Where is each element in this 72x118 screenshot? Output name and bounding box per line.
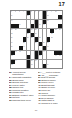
cell-number: 27 [35, 33, 36, 34]
clue-text: Not him [12, 96, 35, 98]
cell-number: 54 [47, 64, 48, 65]
cell-number: 43 [19, 51, 20, 52]
clue-item: 28Garden tool [9, 86, 35, 88]
cell-number: 24 [59, 29, 60, 30]
cell-number: 34 [11, 42, 12, 43]
cell-number: 46 [39, 55, 40, 56]
crossword-grid: 1234567891011121314151617181920212223242… [10, 10, 63, 69]
cell-number: 3 [19, 11, 20, 12]
cell-number: 17 [39, 24, 40, 25]
clue-item: 25Strong wind [9, 78, 35, 80]
cell-number: 51 [35, 60, 36, 61]
cell-number: 32 [39, 37, 40, 38]
cell-number: 49 [15, 60, 16, 61]
clue-text: Comes to a close [41, 101, 64, 103]
cell-number: 5 [31, 11, 32, 12]
clue-text: Strong wind [12, 78, 35, 80]
cell-number: 29 [11, 37, 12, 38]
cell-number: 33 [51, 37, 52, 38]
clue-text: Frozen water [12, 83, 35, 85]
cell-number: 21 [31, 29, 32, 30]
cell-number: 35 [23, 42, 24, 43]
cell-number: 36 [35, 42, 36, 43]
cell-number: 19 [11, 29, 12, 30]
clue-text: Ancient Greek marketplace [12, 71, 35, 76]
cell-number: 2 [15, 11, 16, 12]
grid-cell[interactable] [58, 64, 62, 68]
clue-item: 22Ancient Greek marketplace [9, 71, 35, 76]
cell-number: 28 [51, 33, 52, 34]
cell-number: 23 [55, 29, 56, 30]
cell-number: 6 [35, 11, 36, 12]
clue-item: 31Birthday dessert, often [9, 93, 35, 95]
clue-text: Sunrise direction [12, 81, 35, 83]
cell-number: 30 [27, 37, 28, 38]
cell-number: 47 [55, 55, 56, 56]
cell-number: 10 [55, 11, 56, 12]
cell-number: 8 [47, 11, 48, 12]
clue-text: Garden tool [12, 86, 35, 88]
cell-number: 11 [11, 15, 12, 16]
cell-number: 1 [11, 11, 12, 12]
puzzle-number: 17 [58, 1, 65, 7]
cell-number: 22 [35, 29, 36, 30]
clue-item: 30Knight's title [9, 91, 35, 93]
cell-number: 41 [47, 46, 48, 47]
cell-number: 42 [15, 51, 16, 52]
clue-text: Railroad track piece [12, 99, 35, 101]
cell-number: 31 [31, 37, 32, 38]
clue-item: 24Chocolate substitute [9, 75, 35, 77]
cell-number: 44 [43, 51, 44, 52]
cell-number: 50 [31, 60, 32, 61]
cell-number: 45 [11, 55, 12, 56]
puzzle-page: 17 1234567891011121314151617181920212223… [0, 0, 72, 118]
cell-number: 18 [43, 24, 44, 25]
cell-number: 4 [23, 11, 24, 12]
cell-number: 7 [39, 11, 40, 12]
clue-item: 47Comes to a close [38, 101, 64, 103]
clues-left-column: 22Ancient Greek marketplace24Chocolate s… [9, 71, 35, 109]
cell-number: 40 [23, 46, 24, 47]
clue-text: Birthday dessert, often [12, 93, 35, 95]
clue-text: Knight's title [12, 91, 35, 93]
cell-number: 16 [19, 24, 20, 25]
cell-number: 37 [43, 42, 44, 43]
page-footer-number: 17 [0, 109, 72, 111]
cell-number: 39 [11, 46, 12, 47]
cell-number: 53 [31, 64, 32, 65]
cell-number: 14 [11, 20, 12, 21]
cell-number: 13 [47, 15, 48, 16]
cell-number: 48 [59, 55, 60, 56]
clue-text: Morning moisture [12, 88, 35, 90]
cell-number: 25 [11, 33, 12, 34]
cell-number: 9 [51, 11, 52, 12]
clue-item: 26Sunrise direction [9, 81, 35, 83]
cell-number: 52 [11, 64, 12, 65]
clue-text: Chocolate substitute [12, 75, 35, 77]
clue-item: 33Railroad track piece [9, 99, 35, 101]
cell-number: 12 [27, 15, 28, 16]
clues-right-column: 34"___ port in a storm"35"To ___ is huma… [38, 71, 64, 109]
cell-number: 20 [15, 29, 16, 30]
cell-number: 38 [47, 42, 48, 43]
clue-item: 27Frozen water [9, 83, 35, 85]
clue-item: 32Not him [9, 96, 35, 98]
clue-item: 29Morning moisture [9, 88, 35, 90]
cell-number: 15 [47, 20, 48, 21]
cell-number: 26 [27, 33, 28, 34]
